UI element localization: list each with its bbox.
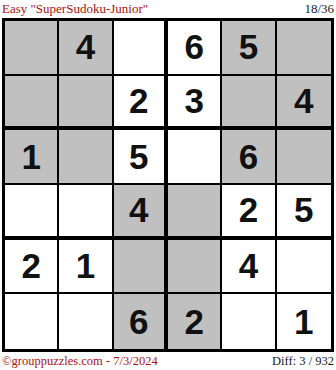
cell-r2c6[interactable]: 4 <box>277 76 331 131</box>
cell-r5c1[interactable]: 2 <box>5 240 59 295</box>
cell-r3c6[interactable] <box>277 130 331 185</box>
cell-r3c5[interactable]: 6 <box>222 130 276 185</box>
cell-r3c2[interactable] <box>59 130 113 185</box>
cell-r1c3[interactable] <box>114 21 168 76</box>
cell-r6c1[interactable] <box>5 294 59 349</box>
cell-r1c4[interactable]: 6 <box>168 21 222 76</box>
cell-r5c4[interactable] <box>168 240 222 295</box>
cell-r5c5[interactable]: 4 <box>222 240 276 295</box>
cell-r5c3[interactable] <box>114 240 168 295</box>
cell-r1c1[interactable] <box>5 21 59 76</box>
cell-r6c2[interactable] <box>59 294 113 349</box>
cell-r5c2[interactable]: 1 <box>59 240 113 295</box>
cell-r3c1[interactable]: 1 <box>5 130 59 185</box>
cell-r1c6[interactable] <box>277 21 331 76</box>
puzzle-title: Easy "SuperSudoku-Junior" <box>2 1 148 16</box>
cell-r2c3[interactable]: 2 <box>114 76 168 131</box>
given-count: 18/36 <box>304 1 334 16</box>
difficulty-text: Diff: 3 / 932 <box>272 354 334 368</box>
cell-r2c5[interactable] <box>222 76 276 131</box>
footer: ©grouppuzzles.com - 7/3/2024 Diff: 3 / 9… <box>2 354 334 369</box>
cell-r4c2[interactable] <box>59 185 113 240</box>
cell-r4c5[interactable]: 2 <box>222 185 276 240</box>
cell-r6c5[interactable] <box>222 294 276 349</box>
cell-r2c1[interactable] <box>5 76 59 131</box>
cell-r6c4[interactable]: 2 <box>168 294 222 349</box>
copyright-text: ©grouppuzzles.com - 7/3/2024 <box>2 354 158 368</box>
cell-r4c6[interactable]: 5 <box>277 185 331 240</box>
cell-r4c4[interactable] <box>168 185 222 240</box>
cell-r4c1[interactable] <box>5 185 59 240</box>
cell-r1c2[interactable]: 4 <box>59 21 113 76</box>
cell-r3c3[interactable]: 5 <box>114 130 168 185</box>
cell-r6c3[interactable]: 6 <box>114 294 168 349</box>
puzzle-page: Easy "SuperSudoku-Junior" 18/36 46523415… <box>0 0 336 370</box>
sudoku-board: 465234156425214621 <box>2 18 334 352</box>
cell-r5c6[interactable] <box>277 240 331 295</box>
cell-r2c2[interactable] <box>59 76 113 131</box>
header: Easy "SuperSudoku-Junior" 18/36 <box>2 0 334 16</box>
cell-r1c5[interactable]: 5 <box>222 21 276 76</box>
cell-r6c6[interactable]: 1 <box>277 294 331 349</box>
cell-r2c4[interactable]: 3 <box>168 76 222 131</box>
cell-r3c4[interactable] <box>168 130 222 185</box>
cell-r4c3[interactable]: 4 <box>114 185 168 240</box>
